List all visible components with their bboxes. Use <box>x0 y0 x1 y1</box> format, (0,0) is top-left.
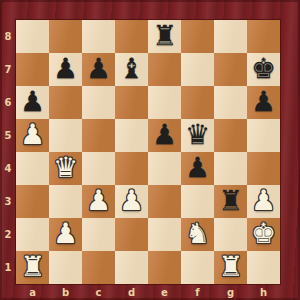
square-e7[interactable] <box>148 53 181 86</box>
rank-label-8: 8 <box>0 20 16 53</box>
square-g2[interactable] <box>214 218 247 251</box>
piece-black-king-h7[interactable]: ♚ <box>251 55 276 83</box>
square-a1[interactable]: ♜ <box>16 251 49 284</box>
square-a5[interactable]: ♟ <box>16 119 49 152</box>
piece-black-pawn-c7[interactable]: ♟ <box>86 55 111 83</box>
square-d1[interactable] <box>115 251 148 284</box>
square-b7[interactable]: ♟ <box>49 53 82 86</box>
square-c3[interactable]: ♟ <box>82 185 115 218</box>
piece-white-pawn-c3[interactable]: ♟ <box>86 187 111 215</box>
square-g7[interactable] <box>214 53 247 86</box>
rank-label-7: 7 <box>0 53 16 86</box>
square-c6[interactable] <box>82 86 115 119</box>
square-c1[interactable] <box>82 251 115 284</box>
square-b8[interactable] <box>49 20 82 53</box>
piece-white-pawn-a5[interactable]: ♟ <box>20 121 45 149</box>
square-a2[interactable] <box>16 218 49 251</box>
square-g3[interactable]: ♜ <box>214 185 247 218</box>
chess-board: ♜♟♟♝♚♟♟♟♟♛♛♟♟♟♜♟♟♞♚♜♜ <box>16 20 280 284</box>
square-h7[interactable]: ♚ <box>247 53 280 86</box>
square-g8[interactable] <box>214 20 247 53</box>
board-frame: 87654321 abcdefgh ♜♟♟♝♚♟♟♟♟♛♛♟♟♟♜♟♟♞♚♜♜ <box>0 0 300 300</box>
square-d7[interactable]: ♝ <box>115 53 148 86</box>
square-a6[interactable]: ♟ <box>16 86 49 119</box>
piece-white-knight-f2[interactable]: ♞ <box>185 220 210 248</box>
piece-white-king-h2[interactable]: ♚ <box>251 220 276 248</box>
piece-white-pawn-d3[interactable]: ♟ <box>119 187 144 215</box>
square-h4[interactable] <box>247 152 280 185</box>
square-c8[interactable] <box>82 20 115 53</box>
square-g4[interactable] <box>214 152 247 185</box>
piece-black-rook-g3[interactable]: ♜ <box>218 187 243 215</box>
piece-white-queen-b4[interactable]: ♛ <box>53 154 78 182</box>
piece-black-pawn-b7[interactable]: ♟ <box>53 55 78 83</box>
square-d2[interactable] <box>115 218 148 251</box>
file-label-d: d <box>115 285 148 300</box>
square-f8[interactable] <box>181 20 214 53</box>
square-f7[interactable] <box>181 53 214 86</box>
rank-label-6: 6 <box>0 86 16 119</box>
square-h5[interactable] <box>247 119 280 152</box>
file-label-f: f <box>181 285 214 300</box>
piece-black-queen-f5[interactable]: ♛ <box>185 121 210 149</box>
square-a3[interactable] <box>16 185 49 218</box>
piece-white-pawn-h3[interactable]: ♟ <box>251 187 276 215</box>
piece-white-pawn-b2[interactable]: ♟ <box>53 220 78 248</box>
square-e8[interactable]: ♜ <box>148 20 181 53</box>
piece-black-pawn-a6[interactable]: ♟ <box>20 88 45 116</box>
rank-label-2: 2 <box>0 218 16 251</box>
square-h3[interactable]: ♟ <box>247 185 280 218</box>
square-e6[interactable] <box>148 86 181 119</box>
square-e5[interactable]: ♟ <box>148 119 181 152</box>
square-g1[interactable]: ♜ <box>214 251 247 284</box>
square-a4[interactable] <box>16 152 49 185</box>
piece-white-rook-a1[interactable]: ♜ <box>20 253 45 281</box>
square-h8[interactable] <box>247 20 280 53</box>
square-g6[interactable] <box>214 86 247 119</box>
square-d5[interactable] <box>115 119 148 152</box>
square-c7[interactable]: ♟ <box>82 53 115 86</box>
square-d3[interactable]: ♟ <box>115 185 148 218</box>
square-a7[interactable] <box>16 53 49 86</box>
rank-label-4: 4 <box>0 152 16 185</box>
square-d6[interactable] <box>115 86 148 119</box>
square-b5[interactable] <box>49 119 82 152</box>
square-f4[interactable]: ♟ <box>181 152 214 185</box>
square-f2[interactable]: ♞ <box>181 218 214 251</box>
square-h2[interactable]: ♚ <box>247 218 280 251</box>
square-b1[interactable] <box>49 251 82 284</box>
square-d8[interactable] <box>115 20 148 53</box>
file-labels: abcdefgh <box>16 285 280 300</box>
square-c4[interactable] <box>82 152 115 185</box>
square-e4[interactable] <box>148 152 181 185</box>
file-label-h: h <box>247 285 280 300</box>
square-h1[interactable] <box>247 251 280 284</box>
square-b6[interactable] <box>49 86 82 119</box>
rank-label-3: 3 <box>0 185 16 218</box>
square-a8[interactable] <box>16 20 49 53</box>
square-f3[interactable] <box>181 185 214 218</box>
rank-label-1: 1 <box>0 251 16 284</box>
piece-black-rook-e8[interactable]: ♜ <box>152 22 177 50</box>
square-f1[interactable] <box>181 251 214 284</box>
square-c2[interactable] <box>82 218 115 251</box>
piece-black-pawn-h6[interactable]: ♟ <box>251 88 276 116</box>
square-c5[interactable] <box>82 119 115 152</box>
rank-labels: 87654321 <box>0 20 16 284</box>
file-label-c: c <box>82 285 115 300</box>
square-e2[interactable] <box>148 218 181 251</box>
piece-black-pawn-f4[interactable]: ♟ <box>185 154 210 182</box>
piece-black-bishop-d7[interactable]: ♝ <box>119 55 144 83</box>
square-h6[interactable]: ♟ <box>247 86 280 119</box>
square-b4[interactable]: ♛ <box>49 152 82 185</box>
square-f5[interactable]: ♛ <box>181 119 214 152</box>
square-e1[interactable] <box>148 251 181 284</box>
square-d4[interactable] <box>115 152 148 185</box>
square-b2[interactable]: ♟ <box>49 218 82 251</box>
square-g5[interactable] <box>214 119 247 152</box>
file-label-b: b <box>49 285 82 300</box>
file-label-a: a <box>16 285 49 300</box>
square-e3[interactable] <box>148 185 181 218</box>
rank-label-5: 5 <box>0 119 16 152</box>
file-label-e: e <box>148 285 181 300</box>
square-b3[interactable] <box>49 185 82 218</box>
square-f6[interactable] <box>181 86 214 119</box>
file-label-g: g <box>214 285 247 300</box>
piece-black-pawn-e5[interactable]: ♟ <box>152 121 177 149</box>
piece-white-rook-g1[interactable]: ♜ <box>218 253 243 281</box>
